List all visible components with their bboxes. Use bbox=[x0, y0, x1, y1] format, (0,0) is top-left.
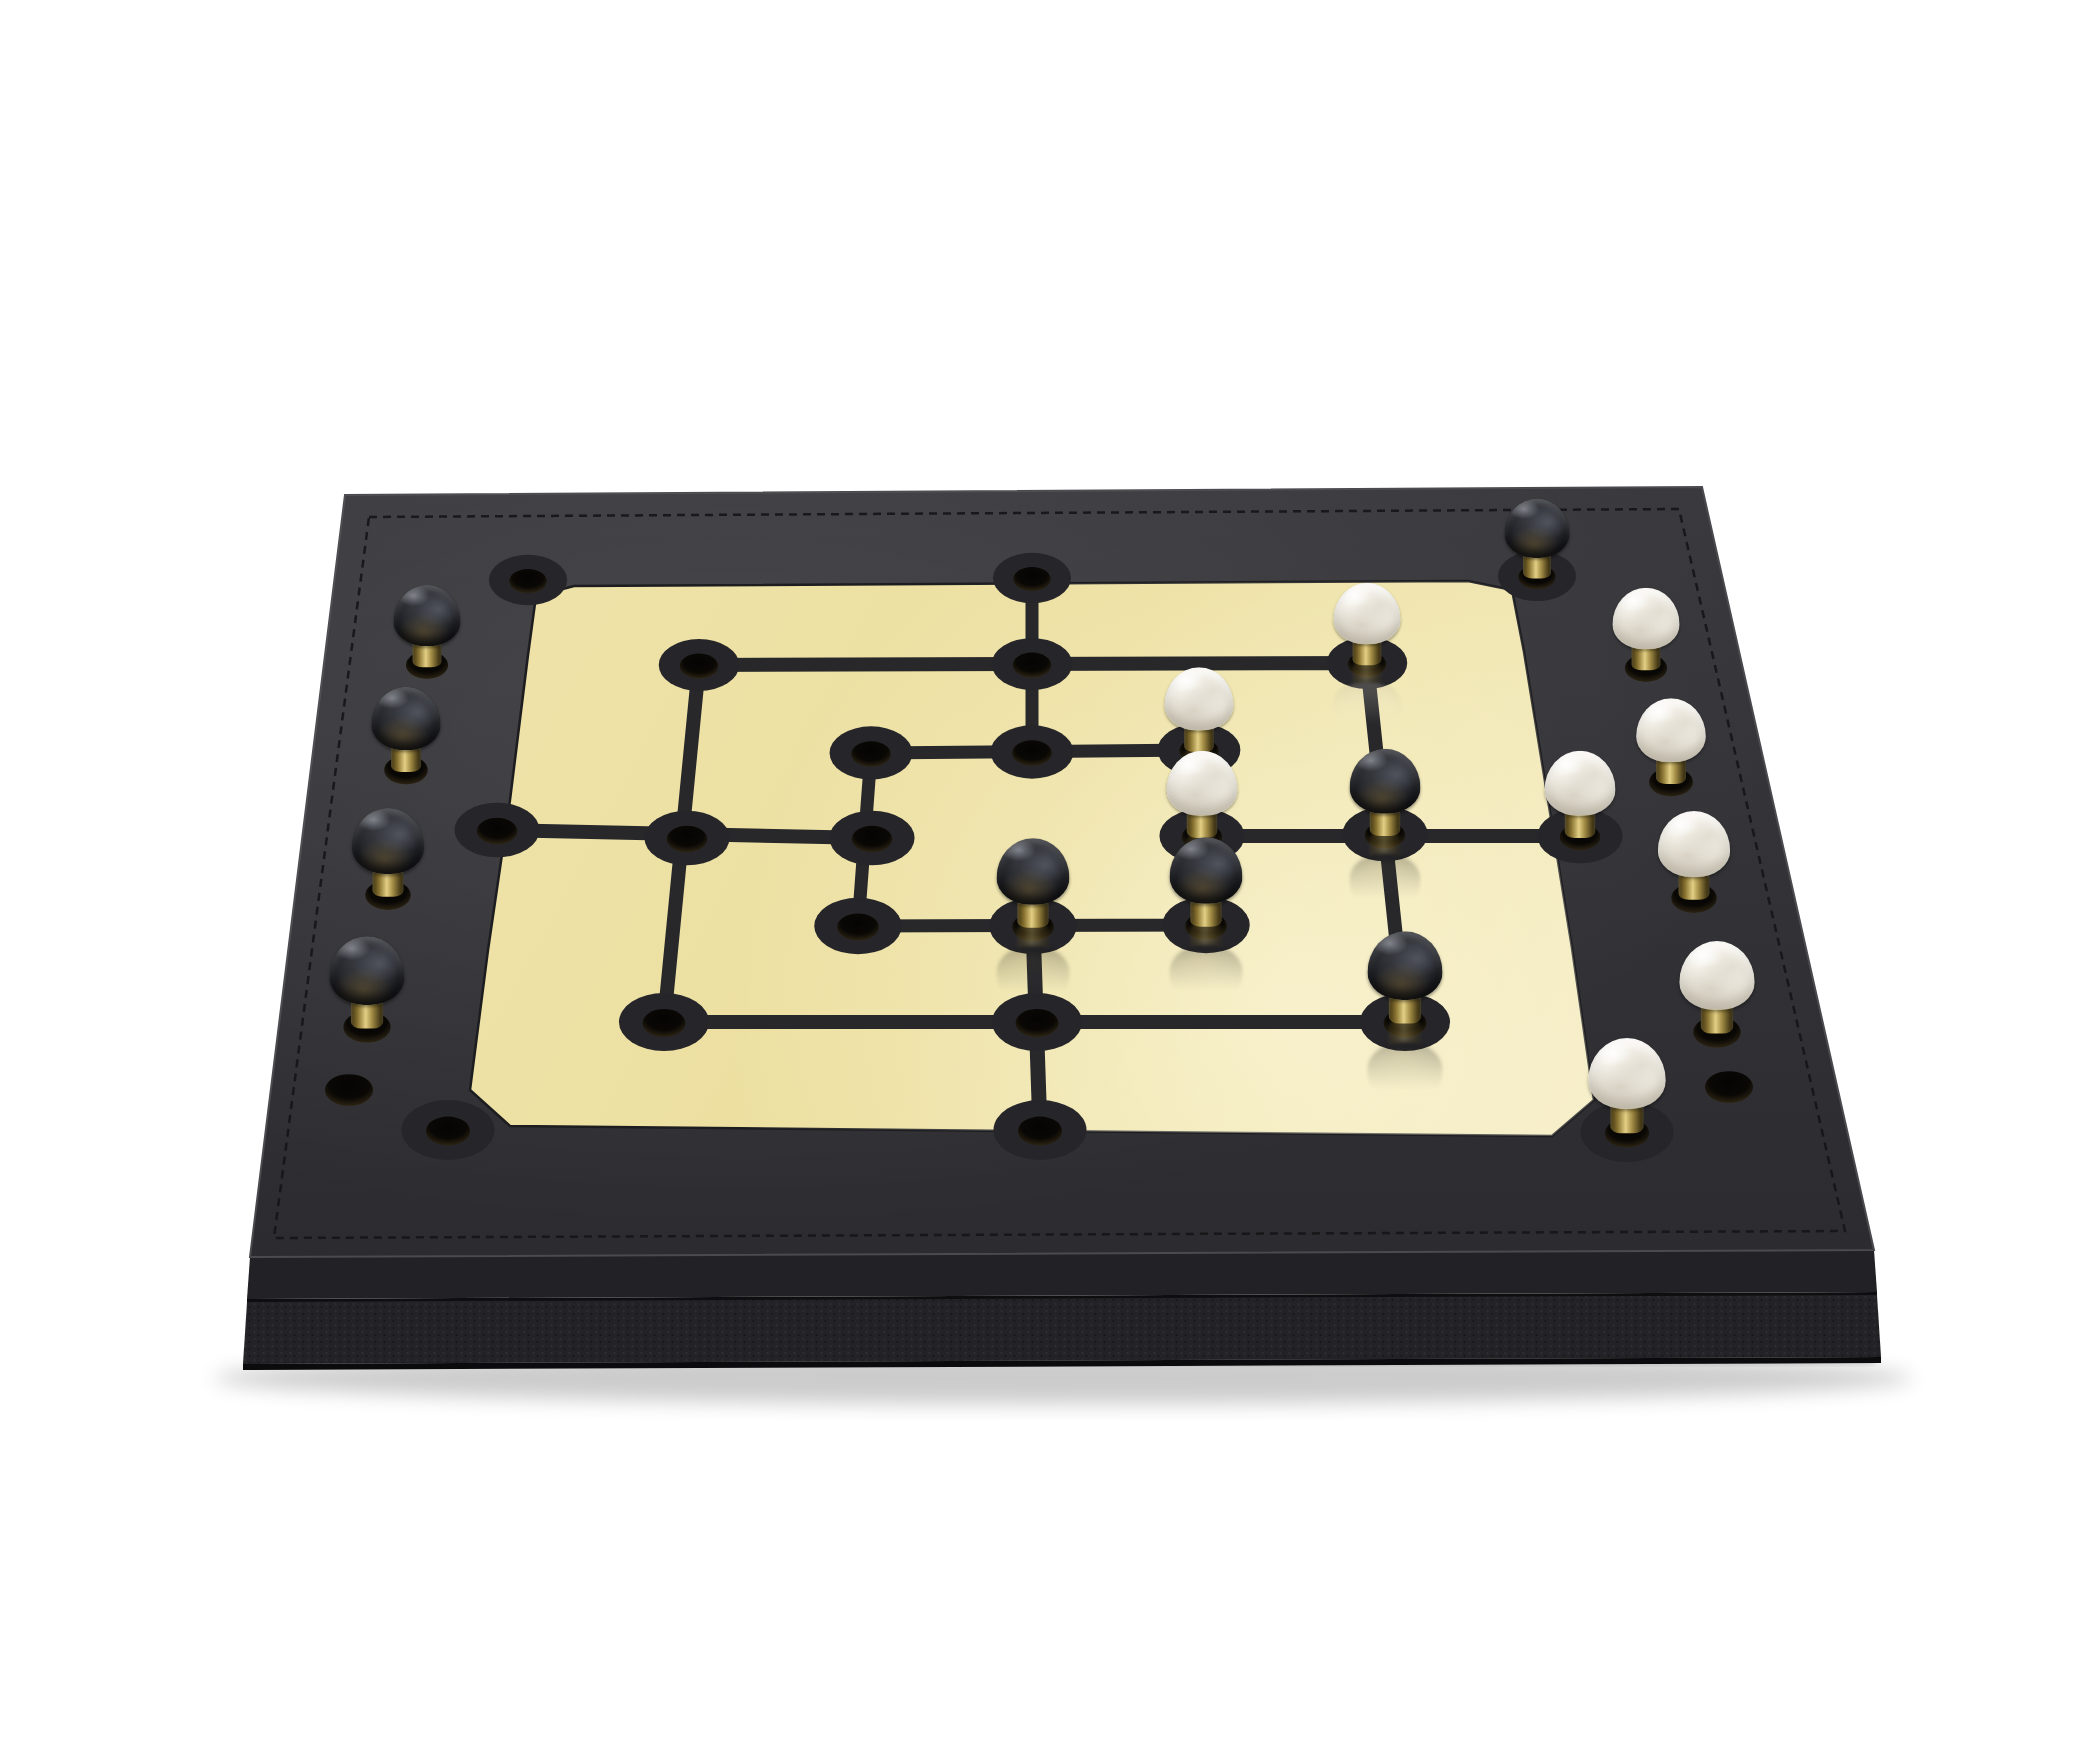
piece-head bbox=[352, 808, 424, 874]
piece-head bbox=[1504, 498, 1569, 558]
black-reserve-tray bbox=[300, 600, 480, 1140]
board-grid bbox=[430, 540, 1650, 1156]
white-piece[interactable] bbox=[1585, 1038, 1669, 1140]
piece-head bbox=[1658, 811, 1730, 877]
white-piece[interactable] bbox=[1542, 751, 1619, 844]
piece-head bbox=[1333, 583, 1400, 644]
piece-head bbox=[1545, 751, 1616, 816]
white-piece[interactable] bbox=[1164, 751, 1241, 844]
piece-reflection bbox=[1364, 1013, 1446, 1112]
piece-reflection bbox=[1331, 656, 1404, 744]
black-piece[interactable] bbox=[1166, 837, 1245, 933]
white-piece[interactable] bbox=[1331, 583, 1404, 671]
piece-head bbox=[1679, 941, 1754, 1010]
morris-board-photo bbox=[0, 0, 2080, 1760]
front-face-smooth bbox=[247, 1250, 1877, 1299]
white-piece[interactable] bbox=[1633, 698, 1709, 790]
piece-head bbox=[997, 838, 1070, 905]
black-piece[interactable] bbox=[1502, 498, 1573, 584]
black-piece[interactable] bbox=[993, 838, 1072, 934]
white-piece[interactable] bbox=[1610, 588, 1683, 676]
piece-head bbox=[1612, 588, 1679, 649]
front-face-pebbled bbox=[243, 1295, 1881, 1364]
piece-head bbox=[1588, 1038, 1666, 1109]
white-piece[interactable] bbox=[1162, 667, 1237, 758]
black-piece[interactable] bbox=[1347, 749, 1424, 842]
black-piece[interactable] bbox=[1364, 931, 1446, 1030]
piece-head bbox=[393, 585, 460, 646]
black-piece[interactable] bbox=[368, 687, 443, 778]
piece-head bbox=[1164, 667, 1233, 730]
black-piece[interactable] bbox=[391, 585, 464, 673]
black-piece[interactable] bbox=[349, 808, 427, 903]
piece-head bbox=[1636, 698, 1706, 762]
piece-head bbox=[1350, 749, 1421, 814]
black-piece[interactable] bbox=[326, 936, 408, 1035]
white-piece[interactable] bbox=[1655, 811, 1734, 906]
piece-head bbox=[1367, 931, 1442, 1000]
piece-head bbox=[1170, 837, 1243, 904]
piece-head bbox=[329, 936, 404, 1005]
piece-reflection bbox=[993, 917, 1072, 1013]
piece-reflection bbox=[1347, 826, 1424, 919]
piece-reflection bbox=[1166, 916, 1245, 1012]
piece-head bbox=[371, 687, 440, 750]
piece-head bbox=[1167, 751, 1238, 816]
white-piece[interactable] bbox=[1676, 941, 1758, 1040]
